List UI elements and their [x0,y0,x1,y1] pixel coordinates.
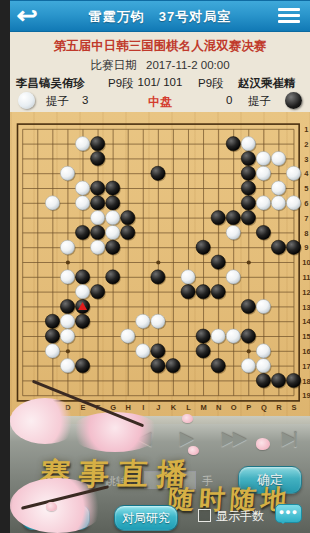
match-info-panel: 第五届中日韩三国围棋名人混双赛决赛 比赛日期 2017-11-2 00:00 李… [10,32,310,112]
svg-text:17: 17 [302,362,310,371]
svg-text:K: K [171,403,177,412]
svg-text:5: 5 [304,184,308,193]
app-window: ↩ 雷霆万钧 37号对局室 第五届中日韩三国围棋名人混双赛决赛 比赛日期 201… [10,0,310,533]
svg-text:11: 11 [302,273,310,282]
svg-text:2: 2 [304,140,308,149]
svg-text:13: 13 [302,303,310,312]
svg-text:M: M [200,403,206,412]
svg-text:16: 16 [302,347,310,356]
research-button[interactable]: 对局研究 [114,505,178,531]
chat-icon[interactable]: ●●● [275,504,302,523]
show-move-numbers-checkbox[interactable]: 显示手数 [198,508,264,525]
player-black-names: 赵汉乘崔精 [238,76,296,91]
svg-text:3: 3 [304,155,308,164]
svg-text:14: 14 [302,317,310,326]
checkbox-icon[interactable] [198,509,211,522]
svg-text:19: 19 [302,391,310,400]
go-board-grid[interactable]: ABCDEFGHIJKLMNOPQRS123456789101112131415… [10,112,310,424]
step-forward-button[interactable]: ▶▶ [222,428,244,449]
match-date: 比赛日期 2017-11-2 00:00 [10,58,310,73]
svg-text:O: O [231,403,237,412]
svg-text:1: 1 [304,125,308,134]
svg-text:L: L [186,403,191,412]
svg-text:J: J [156,403,160,412]
svg-text:N: N [216,403,221,412]
svg-text:E: E [80,403,85,412]
captures-count-black: 0 [226,94,232,106]
player-black-rank: P9段 [198,76,224,91]
svg-text:9: 9 [304,243,308,252]
svg-text:8: 8 [304,229,308,238]
svg-text:P: P [246,403,251,412]
svg-text:Q: Q [261,403,267,412]
svg-text:R: R [276,403,282,412]
svg-text:H: H [125,403,130,412]
fast-forward-button[interactable]: ▶| [282,428,296,449]
captures-label-black: 提子 [248,94,271,109]
svg-text:4: 4 [304,169,309,178]
svg-text:10: 10 [302,258,310,267]
svg-text:18: 18 [302,377,310,386]
black-stone-icon [285,92,302,109]
svg-text:6: 6 [304,199,308,208]
menu-icon[interactable] [278,8,300,25]
svg-text:I: I [142,403,144,412]
svg-text:12: 12 [302,288,310,297]
svg-text:15: 15 [302,332,310,341]
svg-text:S: S [291,403,296,412]
svg-text:7: 7 [304,214,308,223]
room-title: 雷霆万钧 37号对局室 [10,8,310,26]
event-title: 第五届中日韩三国围棋名人混双赛决赛 [10,38,310,55]
top-bar: ↩ 雷霆万钧 37号对局室 [10,0,310,32]
go-board[interactable]: ABCDEFGHIJKLMNOPQRS123456789101112131415… [10,112,310,424]
